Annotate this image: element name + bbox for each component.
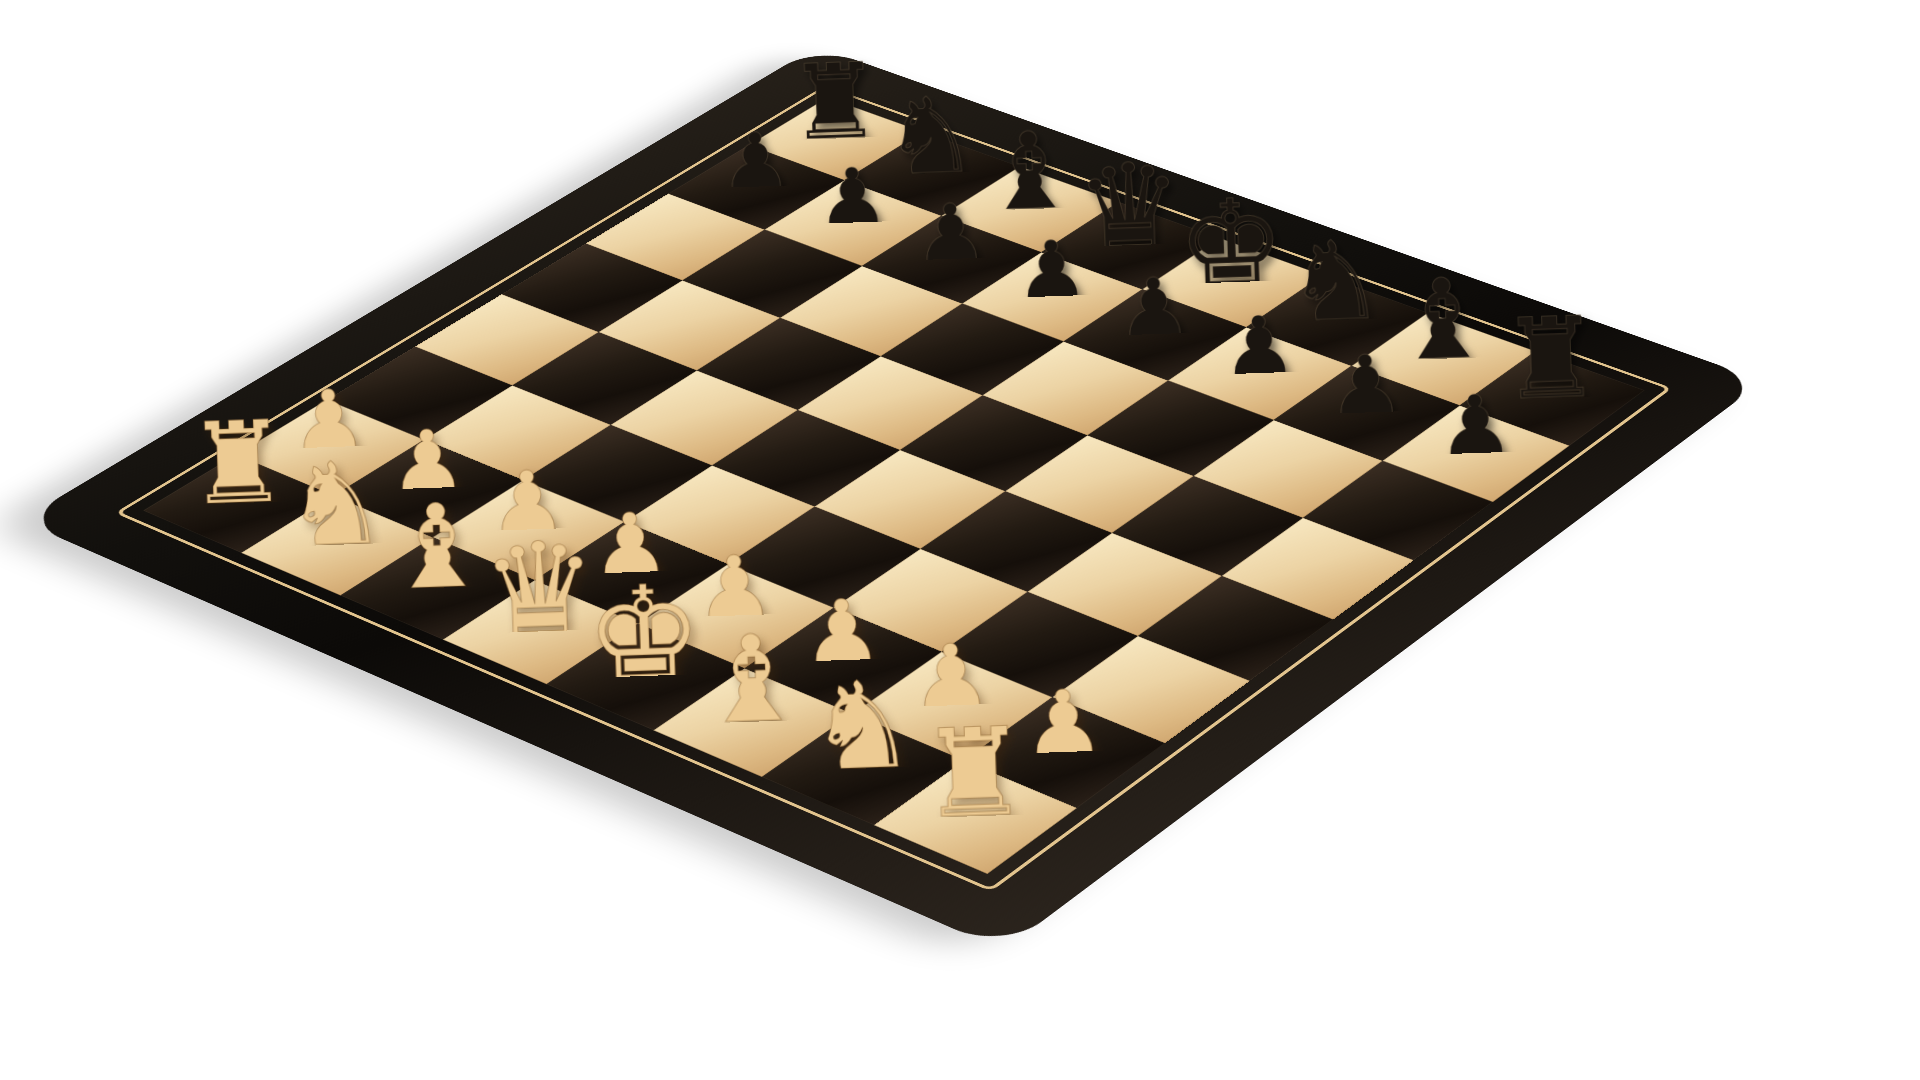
piece-black-knight-b8: ♞ bbox=[882, 82, 979, 190]
board-field: ♜♞♝♛♚♞♝♜♟♟♟♟♟♟♟♟♟♟♟♟♟♟♟♟♜♞♝♛♚♝♞♜ bbox=[143, 98, 1644, 874]
piece-black-queen-d8: ♛ bbox=[1074, 146, 1184, 268]
piece-black-pawn-e7: ♟ bbox=[1115, 266, 1193, 352]
piece-black-bishop-g8: ♝ bbox=[1391, 262, 1493, 375]
piece-black-king-e8: ♚ bbox=[1176, 182, 1287, 305]
piece-white-pawn-h2: ♟ bbox=[1021, 676, 1107, 771]
piece-white-bishop-f1: ♝ bbox=[696, 618, 807, 741]
piece-white-knight-g1: ♞ bbox=[805, 663, 917, 787]
piece-black-pawn-c7: ♟ bbox=[913, 192, 989, 277]
piece-black-knight-f8: ♞ bbox=[1285, 225, 1386, 337]
board-border: ♜♞♝♛♚♞♝♜♟♟♟♟♟♟♟♟♟♟♟♟♟♟♟♟♜♞♝♛♚♝♞♜ bbox=[20, 46, 1763, 950]
piece-black-pawn-b7: ♟ bbox=[814, 156, 890, 240]
piece-black-pawn-d7: ♟ bbox=[1013, 228, 1090, 314]
square-c4 bbox=[611, 370, 797, 465]
piece-black-rook-h8: ♜ bbox=[1499, 301, 1603, 416]
piece-white-king-e1: ♚ bbox=[583, 567, 704, 701]
piece-black-pawn-f7: ♟ bbox=[1220, 304, 1299, 391]
piece-white-queen-d1: ♛ bbox=[479, 523, 599, 656]
piece-black-bishop-c8: ♝ bbox=[980, 117, 1078, 226]
chessboard: ♜♞♝♛♚♞♝♜♟♟♟♟♟♟♟♟♟♟♟♟♟♟♟♟♜♞♝♛♚♝♞♜ bbox=[20, 46, 1763, 950]
piece-white-rook-a1: ♜ bbox=[185, 405, 290, 521]
piece-black-pawn-g7: ♟ bbox=[1326, 343, 1406, 431]
piece-white-rook-h1: ♜ bbox=[917, 710, 1030, 836]
piece-white-knight-b1: ♞ bbox=[283, 445, 389, 562]
piece-black-rook-a8: ♜ bbox=[786, 48, 882, 155]
piece-black-pawn-a7: ♟ bbox=[718, 121, 793, 204]
product-photo: ♜♞♝♛♚♞♝♜♟♟♟♟♟♟♟♟♟♟♟♟♟♟♟♟♜♞♝♛♚♝♞♜ bbox=[0, 0, 1920, 1080]
piece-black-pawn-h7: ♟ bbox=[1435, 382, 1516, 471]
piece-white-bishop-c1: ♝ bbox=[383, 487, 490, 606]
